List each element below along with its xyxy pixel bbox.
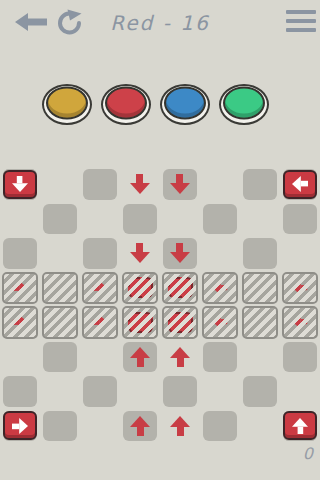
board-cell-r5c3	[120, 340, 160, 375]
board-cell-r5c7	[280, 340, 320, 375]
board-cell-r1c7	[280, 202, 320, 237]
checker-square	[3, 238, 37, 269]
board-cell-r6c7	[280, 374, 320, 409]
menu-bar	[286, 10, 316, 14]
red-down-arrow	[170, 243, 190, 263]
red-block	[128, 312, 153, 333]
board-cell-r3c6	[240, 271, 280, 306]
board-cell-r1c6	[240, 202, 280, 237]
move-counter: 0	[303, 444, 313, 463]
board-cell-r3c2	[80, 271, 120, 306]
board-cell-r6c6	[240, 374, 280, 409]
red-right-arrow	[13, 281, 27, 295]
board-cell-r7c7	[280, 409, 320, 444]
red-block	[128, 277, 153, 298]
checker-square	[83, 169, 117, 200]
checker-square	[83, 238, 117, 269]
blue-button-face	[164, 86, 206, 119]
red-left-arrow	[293, 281, 307, 295]
green-level-button[interactable]	[219, 84, 269, 125]
board-cell-r0c5	[200, 167, 240, 202]
board-cell-r4c6	[240, 305, 280, 340]
board-cell-r3c7	[280, 271, 320, 306]
red-right-arrow	[93, 315, 107, 329]
up-arrow-icon	[292, 418, 308, 434]
push-button-down[interactable]	[3, 170, 37, 199]
board-cell-r0c3	[120, 167, 160, 202]
board-cell-r6c5	[200, 374, 240, 409]
checker-square	[163, 376, 197, 407]
board-cell-r7c3	[120, 409, 160, 444]
board-cell-r0c2	[80, 167, 120, 202]
push-button-right[interactable]	[3, 411, 37, 440]
board-cell-r5c5	[200, 340, 240, 375]
board-cell-r1c3	[120, 202, 160, 237]
down-arrow-icon	[12, 176, 28, 192]
green-button-face	[223, 86, 265, 119]
blue-level-button[interactable]	[160, 84, 210, 125]
red-left-arrow	[213, 281, 227, 295]
striped-cell	[42, 306, 78, 339]
board-cell-r4c3	[120, 305, 160, 340]
checker-square	[243, 238, 277, 269]
checker-square	[243, 376, 277, 407]
board-cell-r7c6	[240, 409, 280, 444]
red-up-arrow	[130, 347, 150, 367]
menu-bar	[286, 19, 316, 23]
checker-square	[123, 204, 157, 235]
board-cell-r4c1	[40, 305, 80, 340]
board-cell-r7c2	[80, 409, 120, 444]
board-cell-r5c0	[0, 340, 40, 375]
board-cell-r3c5	[200, 271, 240, 306]
checker-square	[43, 204, 77, 235]
level-title: Red - 16	[0, 11, 320, 35]
board-cell-r7c5	[200, 409, 240, 444]
red-down-arrow	[130, 243, 150, 263]
red-up-arrow	[130, 416, 150, 436]
checker-square	[283, 204, 317, 235]
board-cell-r2c5	[200, 236, 240, 271]
checker-square	[83, 376, 117, 407]
red-right-arrow	[13, 315, 27, 329]
board-cell-r5c6	[240, 340, 280, 375]
board-cell-r3c1	[40, 271, 80, 306]
push-button-up[interactable]	[283, 411, 317, 440]
board-cell-r5c2	[80, 340, 120, 375]
board-cell-r1c1	[40, 202, 80, 237]
red-up-arrow	[170, 347, 190, 367]
board-cell-r6c2	[80, 374, 120, 409]
menu-bar	[286, 28, 316, 32]
board-cell-r0c1	[40, 167, 80, 202]
board-cell-r2c2	[80, 236, 120, 271]
color-buttons	[0, 84, 320, 125]
board-cell-r4c7	[280, 305, 320, 340]
yellow-button-face	[46, 86, 88, 119]
checker-square	[3, 376, 37, 407]
checker-square	[43, 411, 77, 442]
striped-cell	[242, 306, 278, 339]
board-cell-r7c0	[0, 409, 40, 444]
board-cell-r3c3	[120, 271, 160, 306]
board-cell-r2c4	[160, 236, 200, 271]
checker-square	[43, 342, 77, 373]
board	[0, 167, 320, 443]
board-cell-r2c0	[0, 236, 40, 271]
menu-icon[interactable]	[286, 10, 316, 32]
red-block	[168, 312, 193, 333]
board-cell-r6c4	[160, 374, 200, 409]
board-cell-r1c0	[0, 202, 40, 237]
striped-cell	[242, 272, 278, 305]
checker-square	[203, 204, 237, 235]
board-cell-r2c3	[120, 236, 160, 271]
board-cell-r7c1	[40, 409, 80, 444]
red-level-button[interactable]	[101, 84, 151, 125]
board-cell-r6c3	[120, 374, 160, 409]
board-cell-r4c2	[80, 305, 120, 340]
board-cell-r0c6	[240, 167, 280, 202]
board-cell-r1c5	[200, 202, 240, 237]
board-cell-r1c4	[160, 202, 200, 237]
board-cell-r2c1	[40, 236, 80, 271]
board-cell-r6c0	[0, 374, 40, 409]
push-button-left[interactable]	[283, 170, 317, 199]
red-block	[168, 277, 193, 298]
striped-cell	[42, 272, 78, 305]
red-left-arrow	[293, 315, 307, 329]
board-cell-r5c1	[40, 340, 80, 375]
board-cell-r6c1	[40, 374, 80, 409]
board-cell-r3c4	[160, 271, 200, 306]
top-bar: Red - 16	[0, 0, 320, 46]
checker-square	[243, 169, 277, 200]
yellow-level-button[interactable]	[42, 84, 92, 125]
checker-square	[203, 411, 237, 442]
red-left-arrow	[213, 315, 227, 329]
board-cell-r1c2	[80, 202, 120, 237]
board-cell-r7c4	[160, 409, 200, 444]
red-down-arrow	[130, 174, 150, 194]
board-cell-r0c0	[0, 167, 40, 202]
game-screen: Red - 16 0	[0, 0, 320, 480]
checker-square	[203, 342, 237, 373]
red-button-face	[105, 86, 147, 119]
left-arrow-icon	[292, 176, 308, 192]
board-cell-r5c4	[160, 340, 200, 375]
board-cell-r2c6	[240, 236, 280, 271]
board-cell-r2c7	[280, 236, 320, 271]
board-cell-r0c4	[160, 167, 200, 202]
red-down-arrow	[170, 174, 190, 194]
board-cell-r4c0	[0, 305, 40, 340]
right-arrow-icon	[12, 418, 28, 434]
board-cell-r0c7	[280, 167, 320, 202]
board-cell-r4c4	[160, 305, 200, 340]
checker-square	[283, 342, 317, 373]
red-up-arrow	[170, 416, 190, 436]
board-cell-r4c5	[200, 305, 240, 340]
board-cell-r3c0	[0, 271, 40, 306]
red-right-arrow	[93, 281, 107, 295]
